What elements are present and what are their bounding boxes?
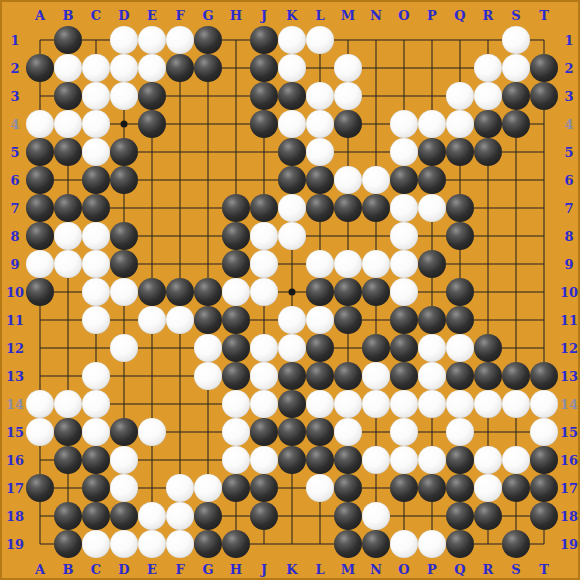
row-label-left: 11 [6, 314, 24, 327]
col-label-bottom: L [315, 563, 324, 576]
white-stone-C19 [82, 530, 110, 558]
black-stone-B16 [54, 446, 82, 474]
row-label-left: 10 [6, 286, 24, 299]
white-stone-D2 [110, 54, 138, 82]
white-stone-S1 [502, 26, 530, 54]
white-stone-J14 [250, 390, 278, 418]
col-label-bottom: O [398, 563, 409, 576]
black-stone-P17 [418, 474, 446, 502]
black-stone-Q7 [446, 194, 474, 222]
col-label-top: K [286, 9, 297, 22]
row-label-left: 16 [6, 454, 24, 467]
white-stone-F1 [166, 26, 194, 54]
black-stone-H11 [222, 306, 250, 334]
black-stone-A7 [26, 194, 54, 222]
black-stone-N19 [362, 530, 390, 558]
white-stone-B9 [54, 250, 82, 278]
row-label-left: 12 [6, 342, 24, 355]
black-stone-Q8 [446, 222, 474, 250]
white-stone-O9 [390, 250, 418, 278]
white-stone-L1 [306, 26, 334, 54]
white-stone-E15 [138, 418, 166, 446]
black-stone-H12 [222, 334, 250, 362]
black-stone-R4 [474, 110, 502, 138]
black-stone-B3 [54, 82, 82, 110]
white-stone-J13 [250, 362, 278, 390]
row-label-left: 5 [10, 146, 19, 159]
row-label-left: 6 [10, 174, 19, 187]
col-label-top: G [202, 9, 213, 22]
black-stone-G11 [194, 306, 222, 334]
white-stone-L9 [306, 250, 334, 278]
black-stone-G10 [194, 278, 222, 306]
white-stone-C14 [82, 390, 110, 418]
white-stone-A15 [26, 418, 54, 446]
white-stone-Q4 [446, 110, 474, 138]
black-stone-P9 [418, 250, 446, 278]
row-label-right: 6 [564, 174, 573, 187]
black-stone-D15 [110, 418, 138, 446]
white-stone-L17 [306, 474, 334, 502]
white-stone-P19 [418, 530, 446, 558]
col-label-top: B [63, 9, 74, 22]
black-stone-S13 [502, 362, 530, 390]
black-stone-S4 [502, 110, 530, 138]
black-stone-T18 [530, 502, 558, 530]
black-stone-M11 [334, 306, 362, 334]
go-board-screenshot: AABBCCDDEEFFGGHHJJKKLLMMNNOOPPQQRRSSTT11… [0, 0, 580, 580]
black-stone-J2 [250, 54, 278, 82]
white-stone-C5 [82, 138, 110, 166]
black-stone-N7 [362, 194, 390, 222]
black-stone-H9 [222, 250, 250, 278]
black-stone-Q19 [446, 530, 474, 558]
col-label-bottom: E [147, 563, 157, 576]
row-label-right: 14 [560, 398, 578, 411]
row-label-right: 5 [564, 146, 573, 159]
row-label-left: 13 [6, 370, 24, 383]
white-stone-L3 [306, 82, 334, 110]
black-stone-O12 [390, 334, 418, 362]
black-stone-Q17 [446, 474, 474, 502]
white-stone-N18 [362, 502, 390, 530]
black-stone-H7 [222, 194, 250, 222]
col-label-bottom: H [230, 563, 242, 576]
white-stone-C8 [82, 222, 110, 250]
col-label-bottom: Q [454, 563, 465, 576]
white-stone-P12 [418, 334, 446, 362]
col-label-top: N [370, 9, 382, 22]
black-stone-N12 [362, 334, 390, 362]
white-stone-R17 [474, 474, 502, 502]
white-stone-E2 [138, 54, 166, 82]
col-label-top: F [175, 9, 184, 22]
white-stone-K1 [278, 26, 306, 54]
row-label-left: 7 [10, 202, 19, 215]
col-label-top: Q [454, 9, 465, 22]
white-stone-F19 [166, 530, 194, 558]
white-stone-Q12 [446, 334, 474, 362]
white-stone-K7 [278, 194, 306, 222]
white-stone-D19 [110, 530, 138, 558]
col-label-bottom: T [539, 563, 549, 576]
white-stone-P4 [418, 110, 446, 138]
black-stone-S19 [502, 530, 530, 558]
row-label-right: 15 [560, 426, 578, 439]
white-stone-M9 [334, 250, 362, 278]
black-stone-O6 [390, 166, 418, 194]
black-stone-B15 [54, 418, 82, 446]
black-stone-K5 [278, 138, 306, 166]
black-stone-B1 [54, 26, 82, 54]
white-stone-G17 [194, 474, 222, 502]
black-stone-C7 [82, 194, 110, 222]
white-stone-E18 [138, 502, 166, 530]
white-stone-J10 [250, 278, 278, 306]
white-stone-R3 [474, 82, 502, 110]
black-stone-K14 [278, 390, 306, 418]
col-label-top: J [261, 9, 267, 22]
black-stone-H8 [222, 222, 250, 250]
black-stone-J1 [250, 26, 278, 54]
black-stone-C17 [82, 474, 110, 502]
white-stone-F18 [166, 502, 194, 530]
col-label-bottom: G [202, 563, 213, 576]
black-stone-L12 [306, 334, 334, 362]
white-stone-P16 [418, 446, 446, 474]
black-stone-F10 [166, 278, 194, 306]
black-stone-D9 [110, 250, 138, 278]
white-stone-L14 [306, 390, 334, 418]
white-stone-L11 [306, 306, 334, 334]
black-stone-Q16 [446, 446, 474, 474]
row-label-left: 2 [10, 62, 19, 75]
black-stone-Q13 [446, 362, 474, 390]
white-stone-N16 [362, 446, 390, 474]
black-stone-L6 [306, 166, 334, 194]
black-stone-M18 [334, 502, 362, 530]
row-label-right: 4 [564, 118, 573, 131]
white-stone-O7 [390, 194, 418, 222]
black-stone-B7 [54, 194, 82, 222]
white-stone-O15 [390, 418, 418, 446]
black-stone-C6 [82, 166, 110, 194]
black-stone-G2 [194, 54, 222, 82]
black-stone-R18 [474, 502, 502, 530]
white-stone-C9 [82, 250, 110, 278]
star-point [289, 289, 296, 296]
black-stone-K16 [278, 446, 306, 474]
col-label-top: P [427, 9, 437, 22]
white-stone-H14 [222, 390, 250, 418]
white-stone-O14 [390, 390, 418, 418]
white-stone-O4 [390, 110, 418, 138]
row-label-right: 9 [564, 258, 573, 271]
row-label-right: 12 [560, 342, 578, 355]
white-stone-C3 [82, 82, 110, 110]
col-label-top: H [230, 9, 242, 22]
row-label-left: 17 [6, 482, 24, 495]
black-stone-M7 [334, 194, 362, 222]
col-label-bottom: C [91, 563, 101, 576]
white-stone-C11 [82, 306, 110, 334]
black-stone-Q5 [446, 138, 474, 166]
black-stone-O11 [390, 306, 418, 334]
black-stone-K15 [278, 418, 306, 446]
white-stone-C15 [82, 418, 110, 446]
black-stone-E4 [138, 110, 166, 138]
white-stone-K8 [278, 222, 306, 250]
black-stone-S17 [502, 474, 530, 502]
black-stone-K13 [278, 362, 306, 390]
black-stone-D8 [110, 222, 138, 250]
white-stone-B2 [54, 54, 82, 82]
white-stone-C13 [82, 362, 110, 390]
white-stone-E11 [138, 306, 166, 334]
white-stone-P13 [418, 362, 446, 390]
black-stone-F2 [166, 54, 194, 82]
black-stone-T17 [530, 474, 558, 502]
white-stone-P14 [418, 390, 446, 418]
white-stone-D17 [110, 474, 138, 502]
col-label-bottom: R [483, 563, 494, 576]
row-label-right: 16 [560, 454, 578, 467]
white-stone-H10 [222, 278, 250, 306]
white-stone-B14 [54, 390, 82, 418]
black-stone-T13 [530, 362, 558, 390]
row-label-right: 7 [564, 202, 573, 215]
black-stone-M10 [334, 278, 362, 306]
black-stone-T16 [530, 446, 558, 474]
white-stone-C2 [82, 54, 110, 82]
row-label-right: 10 [560, 286, 578, 299]
star-point [121, 121, 128, 128]
white-stone-K2 [278, 54, 306, 82]
col-label-bottom: M [341, 563, 355, 576]
col-label-bottom: F [175, 563, 184, 576]
white-stone-C4 [82, 110, 110, 138]
white-stone-E1 [138, 26, 166, 54]
black-stone-G1 [194, 26, 222, 54]
black-stone-A17 [26, 474, 54, 502]
black-stone-R12 [474, 334, 502, 362]
black-stone-G18 [194, 502, 222, 530]
white-stone-H15 [222, 418, 250, 446]
black-stone-J17 [250, 474, 278, 502]
black-stone-T3 [530, 82, 558, 110]
black-stone-A10 [26, 278, 54, 306]
col-label-bottom: P [427, 563, 437, 576]
black-stone-O17 [390, 474, 418, 502]
white-stone-J9 [250, 250, 278, 278]
black-stone-H17 [222, 474, 250, 502]
black-stone-K6 [278, 166, 306, 194]
col-label-top: E [147, 9, 157, 22]
black-stone-L10 [306, 278, 334, 306]
white-stone-A14 [26, 390, 54, 418]
white-stone-D10 [110, 278, 138, 306]
black-stone-O13 [390, 362, 418, 390]
col-label-top: D [118, 9, 129, 22]
col-label-bottom: J [261, 563, 267, 576]
col-label-top: R [483, 9, 494, 22]
black-stone-T2 [530, 54, 558, 82]
col-label-bottom: S [511, 563, 520, 576]
row-label-right: 19 [560, 538, 578, 551]
col-label-bottom: N [370, 563, 382, 576]
white-stone-F17 [166, 474, 194, 502]
col-label-top: S [511, 9, 520, 22]
white-stone-D12 [110, 334, 138, 362]
black-stone-Q10 [446, 278, 474, 306]
row-label-left: 8 [10, 230, 19, 243]
white-stone-B4 [54, 110, 82, 138]
black-stone-E10 [138, 278, 166, 306]
white-stone-G13 [194, 362, 222, 390]
white-stone-N6 [362, 166, 390, 194]
row-label-right: 11 [560, 314, 578, 327]
col-label-top: M [341, 9, 355, 22]
black-stone-R13 [474, 362, 502, 390]
black-stone-M19 [334, 530, 362, 558]
white-stone-R14 [474, 390, 502, 418]
black-stone-J4 [250, 110, 278, 138]
col-label-top: O [398, 9, 409, 22]
black-stone-C16 [82, 446, 110, 474]
white-stone-B8 [54, 222, 82, 250]
white-stone-K12 [278, 334, 306, 362]
white-stone-P7 [418, 194, 446, 222]
white-stone-M14 [334, 390, 362, 418]
col-label-top: A [35, 9, 45, 22]
col-label-top: C [91, 9, 101, 22]
black-stone-A8 [26, 222, 54, 250]
white-stone-N13 [362, 362, 390, 390]
black-stone-R5 [474, 138, 502, 166]
white-stone-N14 [362, 390, 390, 418]
black-stone-B18 [54, 502, 82, 530]
black-stone-J15 [250, 418, 278, 446]
col-label-top: L [315, 9, 324, 22]
black-stone-A5 [26, 138, 54, 166]
white-stone-O5 [390, 138, 418, 166]
row-label-right: 8 [564, 230, 573, 243]
row-label-left: 15 [6, 426, 24, 439]
white-stone-K4 [278, 110, 306, 138]
black-stone-M13 [334, 362, 362, 390]
white-stone-Q3 [446, 82, 474, 110]
col-label-bottom: D [118, 563, 129, 576]
row-label-left: 4 [10, 118, 19, 131]
white-stone-A9 [26, 250, 54, 278]
black-stone-K3 [278, 82, 306, 110]
white-stone-C10 [82, 278, 110, 306]
white-stone-L5 [306, 138, 334, 166]
row-label-right: 17 [560, 482, 578, 495]
black-stone-Q18 [446, 502, 474, 530]
black-stone-G19 [194, 530, 222, 558]
row-label-left: 14 [6, 398, 24, 411]
black-stone-J7 [250, 194, 278, 222]
row-label-right: 3 [564, 90, 573, 103]
white-stone-O16 [390, 446, 418, 474]
white-stone-A4 [26, 110, 54, 138]
black-stone-B19 [54, 530, 82, 558]
black-stone-E3 [138, 82, 166, 110]
black-stone-L7 [306, 194, 334, 222]
white-stone-F11 [166, 306, 194, 334]
black-stone-Q11 [446, 306, 474, 334]
white-stone-T14 [530, 390, 558, 418]
white-stone-S16 [502, 446, 530, 474]
black-stone-L16 [306, 446, 334, 474]
black-stone-D18 [110, 502, 138, 530]
black-stone-H19 [222, 530, 250, 558]
white-stone-S14 [502, 390, 530, 418]
black-stone-J3 [250, 82, 278, 110]
black-stone-S3 [502, 82, 530, 110]
black-stone-M16 [334, 446, 362, 474]
black-stone-L15 [306, 418, 334, 446]
black-stone-M17 [334, 474, 362, 502]
black-stone-N10 [362, 278, 390, 306]
white-stone-Q15 [446, 418, 474, 446]
white-stone-Q14 [446, 390, 474, 418]
row-label-left: 18 [6, 510, 24, 523]
white-stone-O8 [390, 222, 418, 250]
black-stone-A2 [26, 54, 54, 82]
row-label-left: 1 [10, 34, 19, 47]
white-stone-M2 [334, 54, 362, 82]
white-stone-M6 [334, 166, 362, 194]
black-stone-C18 [82, 502, 110, 530]
white-stone-O10 [390, 278, 418, 306]
white-stone-T15 [530, 418, 558, 446]
row-label-right: 1 [564, 34, 573, 47]
black-stone-B5 [54, 138, 82, 166]
white-stone-K11 [278, 306, 306, 334]
row-label-left: 3 [10, 90, 19, 103]
row-label-left: 9 [10, 258, 19, 271]
row-label-right: 13 [560, 370, 578, 383]
white-stone-H16 [222, 446, 250, 474]
white-stone-J16 [250, 446, 278, 474]
white-stone-R2 [474, 54, 502, 82]
black-stone-M4 [334, 110, 362, 138]
black-stone-A6 [26, 166, 54, 194]
black-stone-P6 [418, 166, 446, 194]
black-stone-P11 [418, 306, 446, 334]
white-stone-G12 [194, 334, 222, 362]
black-stone-L13 [306, 362, 334, 390]
white-stone-M3 [334, 82, 362, 110]
white-stone-S2 [502, 54, 530, 82]
col-label-bottom: A [35, 563, 45, 576]
black-stone-H13 [222, 362, 250, 390]
row-label-left: 19 [6, 538, 24, 551]
col-label-bottom: B [63, 563, 74, 576]
row-label-right: 2 [564, 62, 573, 75]
black-stone-D5 [110, 138, 138, 166]
white-stone-J8 [250, 222, 278, 250]
row-label-right: 18 [560, 510, 578, 523]
white-stone-D1 [110, 26, 138, 54]
white-stone-O19 [390, 530, 418, 558]
white-stone-D16 [110, 446, 138, 474]
col-label-bottom: K [286, 563, 297, 576]
white-stone-L4 [306, 110, 334, 138]
white-stone-R16 [474, 446, 502, 474]
